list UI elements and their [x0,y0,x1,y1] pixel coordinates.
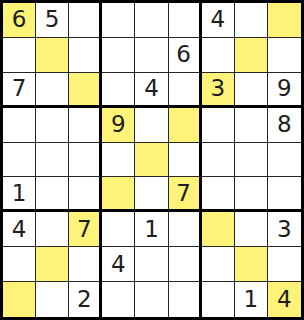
cell-r6c7[interactable] [235,212,268,247]
cell-r6c1[interactable] [36,212,69,247]
cell-r3c0[interactable] [3,108,36,143]
cell-r3c7[interactable] [235,108,268,143]
cell-r6c6[interactable] [202,212,235,247]
cell-r6c0[interactable]: 4 [3,212,36,247]
cell-r7c6[interactable] [202,247,235,282]
cell-r2c4[interactable]: 4 [135,73,168,108]
cell-r5c4[interactable] [135,177,168,212]
cell-r0c7[interactable] [235,3,268,38]
cell-r4c6[interactable] [202,143,235,178]
cell-r5c6[interactable] [202,177,235,212]
cell-r1c8[interactable] [268,38,301,73]
cell-r7c8[interactable] [268,247,301,282]
cell-r6c2[interactable]: 7 [69,212,102,247]
cell-r2c0[interactable]: 7 [3,73,36,108]
cell-r8c6[interactable] [202,282,235,317]
cell-r7c7[interactable] [235,247,268,282]
cell-r8c7[interactable]: 1 [235,282,268,317]
cell-r5c5[interactable]: 7 [169,177,202,212]
cell-r3c8[interactable]: 8 [268,108,301,143]
cell-r2c6[interactable]: 3 [202,73,235,108]
cell-r2c2[interactable] [69,73,102,108]
cell-r3c6[interactable] [202,108,235,143]
cell-r2c1[interactable] [36,73,69,108]
cell-r1c6[interactable] [202,38,235,73]
cell-r4c7[interactable] [235,143,268,178]
cell-r2c7[interactable] [235,73,268,108]
cell-r1c0[interactable] [3,38,36,73]
cell-r5c8[interactable] [268,177,301,212]
cell-r7c0[interactable] [3,247,36,282]
cell-r0c0[interactable]: 6 [3,3,36,38]
cell-r7c2[interactable] [69,247,102,282]
cell-r0c6[interactable]: 4 [202,3,235,38]
cell-r4c0[interactable] [3,143,36,178]
cell-r8c5[interactable] [169,282,202,317]
cell-r4c2[interactable] [69,143,102,178]
cell-r5c3[interactable] [102,177,135,212]
cell-r1c2[interactable] [69,38,102,73]
cell-r2c8[interactable]: 9 [268,73,301,108]
cell-r3c4[interactable] [135,108,168,143]
cell-r6c3[interactable] [102,212,135,247]
cell-r0c2[interactable] [69,3,102,38]
cell-r0c8[interactable] [268,3,301,38]
cell-r8c2[interactable]: 2 [69,282,102,317]
cell-r5c1[interactable] [36,177,69,212]
cell-r1c4[interactable] [135,38,168,73]
cell-r3c3[interactable]: 9 [102,108,135,143]
cell-r8c0[interactable] [3,282,36,317]
cell-r8c4[interactable] [135,282,168,317]
cell-r6c8[interactable]: 3 [268,212,301,247]
cell-r7c1[interactable] [36,247,69,282]
cell-r4c5[interactable] [169,143,202,178]
cell-r7c3[interactable]: 4 [102,247,135,282]
cell-r3c5[interactable] [169,108,202,143]
cell-r0c5[interactable] [169,3,202,38]
cell-r0c4[interactable] [135,3,168,38]
cell-r8c3[interactable] [102,282,135,317]
cell-r6c4[interactable]: 1 [135,212,168,247]
cell-r1c1[interactable] [36,38,69,73]
cell-r1c3[interactable] [102,38,135,73]
cell-r4c8[interactable] [268,143,301,178]
cell-r2c3[interactable] [102,73,135,108]
cell-r1c7[interactable] [235,38,268,73]
cell-r4c1[interactable] [36,143,69,178]
cell-r4c4[interactable] [135,143,168,178]
sudoku-board: 65467439981747134214 [0,0,304,320]
cell-r7c4[interactable] [135,247,168,282]
cell-r3c1[interactable] [36,108,69,143]
cell-r8c1[interactable] [36,282,69,317]
cell-r5c2[interactable] [69,177,102,212]
cell-r0c1[interactable]: 5 [36,3,69,38]
cell-r2c5[interactable] [169,73,202,108]
cell-r6c5[interactable] [169,212,202,247]
cell-r1c5[interactable]: 6 [169,38,202,73]
cell-r7c5[interactable] [169,247,202,282]
cell-r3c2[interactable] [69,108,102,143]
cell-r4c3[interactable] [102,143,135,178]
cell-r8c8[interactable]: 4 [268,282,301,317]
cell-r5c7[interactable] [235,177,268,212]
cell-r0c3[interactable] [102,3,135,38]
cell-r5c0[interactable]: 1 [3,177,36,212]
